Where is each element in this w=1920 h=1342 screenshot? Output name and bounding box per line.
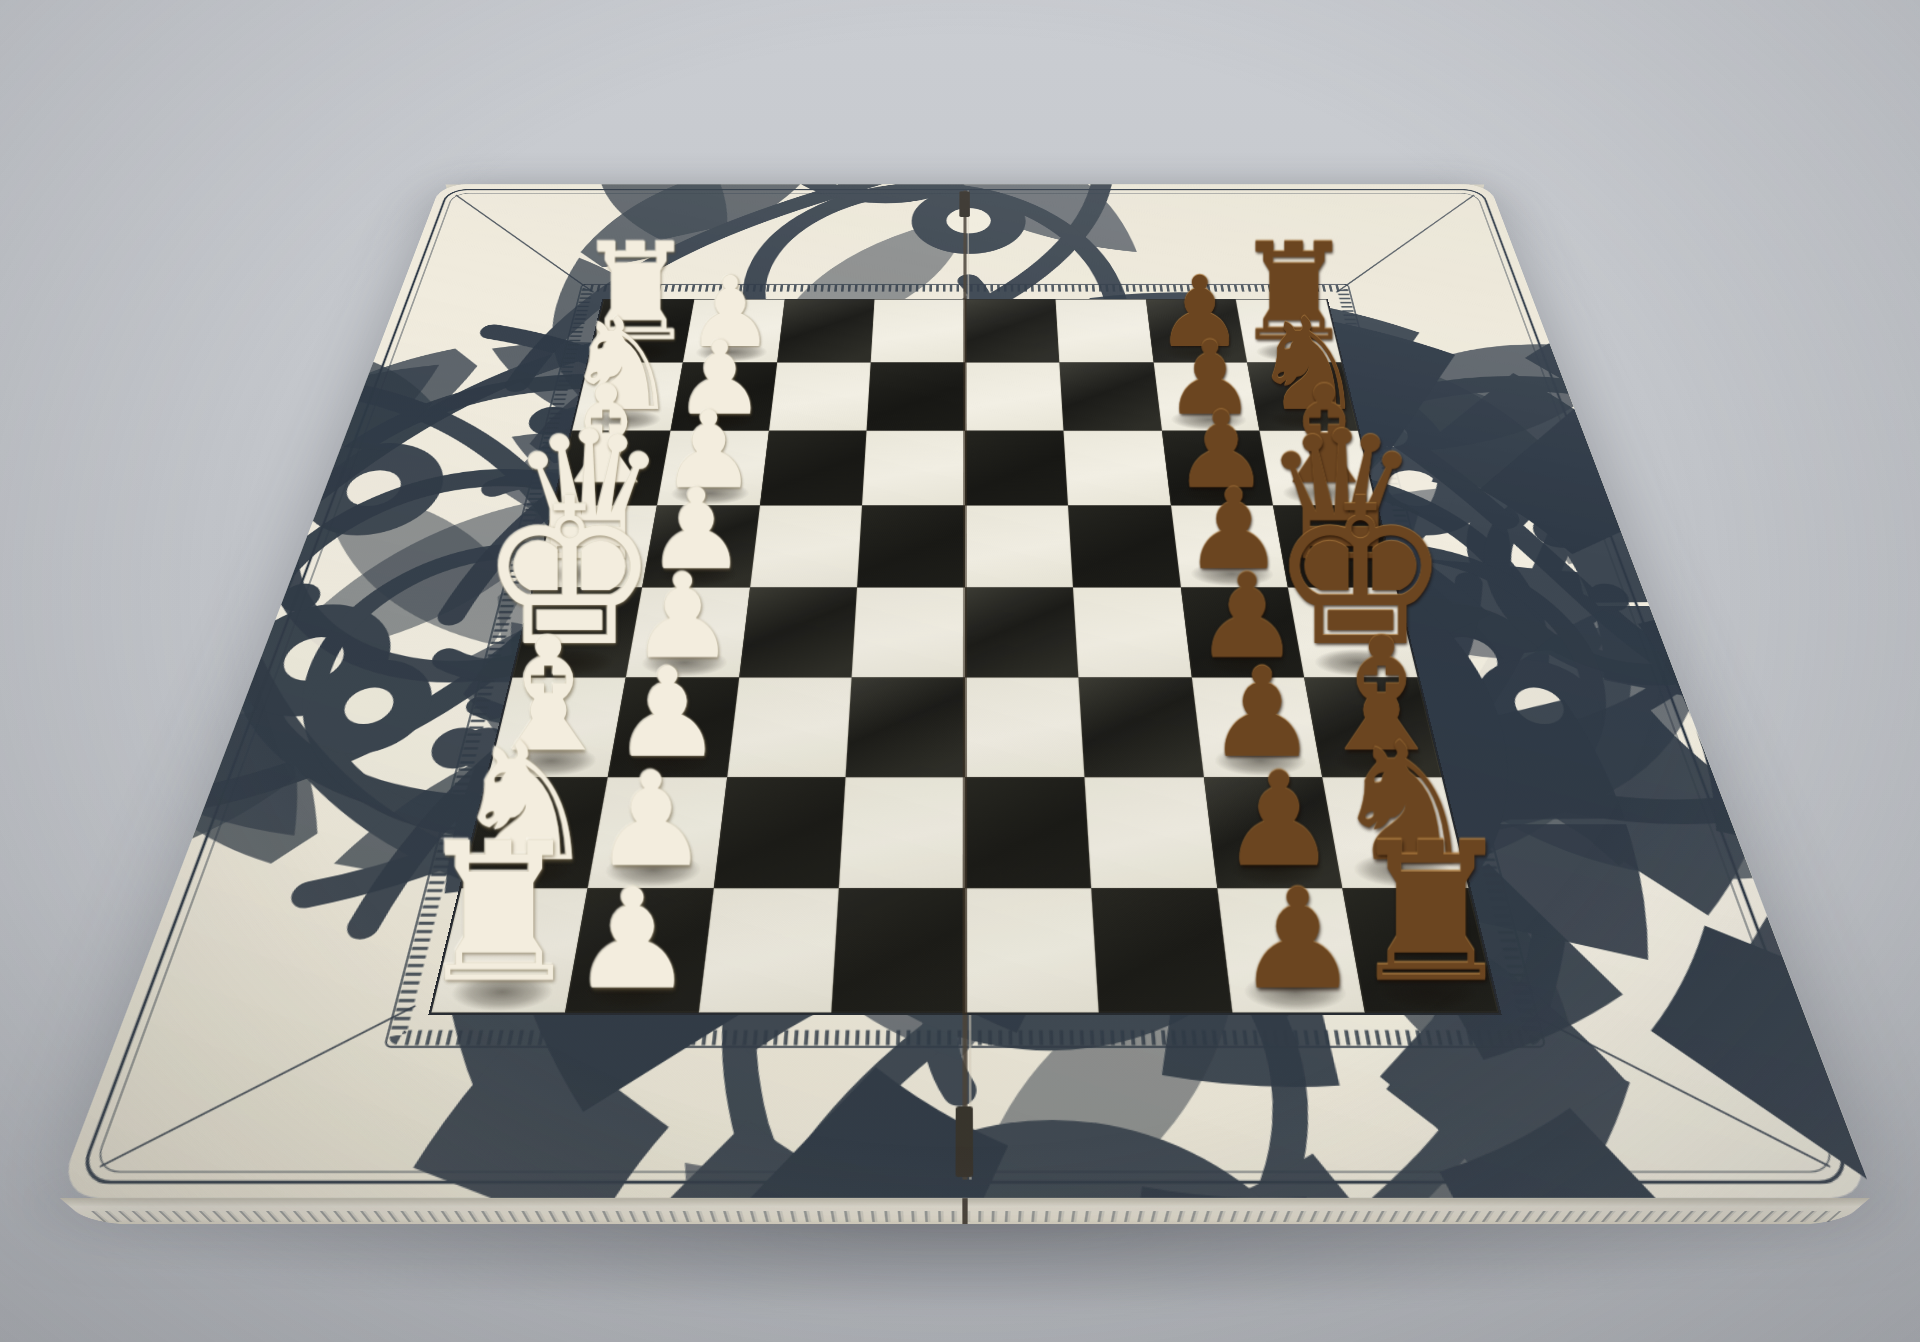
square-b4[interactable] (867, 362, 965, 430)
square-e6[interactable] (1073, 587, 1192, 677)
edge-hinge-seam (962, 1198, 967, 1224)
square-d5[interactable] (965, 506, 1073, 588)
square-e4[interactable] (852, 587, 965, 677)
square-e3[interactable] (739, 587, 858, 677)
square-d4[interactable] (857, 506, 965, 588)
perspective-scene: ♜♟♟♜♞♟♟♞♝♟♟♝♛♟♟♛♚♟♟♚♝♟♟♝♞♟♟♞♜♟♟♜ (0, 0, 1920, 1342)
piece-white-rook[interactable]: ♜ (413, 817, 585, 1008)
photo-stage: ♜♟♟♜♞♟♟♞♝♟♟♝♛♟♟♛♚♟♟♚♝♟♟♝♞♟♟♞♜♟♟♜ (0, 0, 1920, 1342)
piece-black-pawn[interactable]: ♟ (1236, 870, 1360, 1009)
square-h1[interactable]: ♜ (431, 888, 587, 1012)
square-b5[interactable] (965, 362, 1063, 430)
square-h7[interactable]: ♟ (1217, 888, 1365, 1012)
square-a6[interactable] (1055, 300, 1153, 363)
board-front-edge (60, 1198, 1870, 1224)
square-g5[interactable] (965, 777, 1091, 888)
square-f4[interactable] (846, 678, 965, 778)
square-e5[interactable] (965, 587, 1078, 677)
hinge-hardware-top (959, 191, 969, 216)
square-f5[interactable] (965, 678, 1084, 778)
square-g4[interactable] (839, 777, 965, 888)
square-b3[interactable] (769, 362, 871, 430)
square-a5[interactable] (965, 300, 1059, 363)
square-d3[interactable] (750, 506, 863, 588)
square-a3[interactable] (777, 300, 875, 363)
piece-white-pawn[interactable]: ♟ (570, 870, 694, 1009)
piece-black-rook[interactable]: ♜ (1345, 817, 1517, 1008)
chess-board: ♜♟♟♜♞♟♟♞♝♟♟♝♛♟♟♛♚♟♟♚♝♟♟♝♞♟♟♞♜♟♟♜ (56, 184, 1875, 1198)
square-f3[interactable] (727, 678, 852, 778)
square-d6[interactable] (1068, 506, 1181, 588)
square-h2[interactable]: ♟ (565, 888, 713, 1012)
hinge-hardware-bottom (956, 1106, 974, 1177)
square-f6[interactable] (1078, 678, 1203, 778)
square-h8[interactable]: ♜ (1343, 888, 1499, 1012)
square-g6[interactable] (1084, 777, 1217, 888)
square-b6[interactable] (1059, 362, 1161, 430)
square-a4[interactable] (871, 300, 965, 363)
square-g3[interactable] (713, 777, 846, 888)
